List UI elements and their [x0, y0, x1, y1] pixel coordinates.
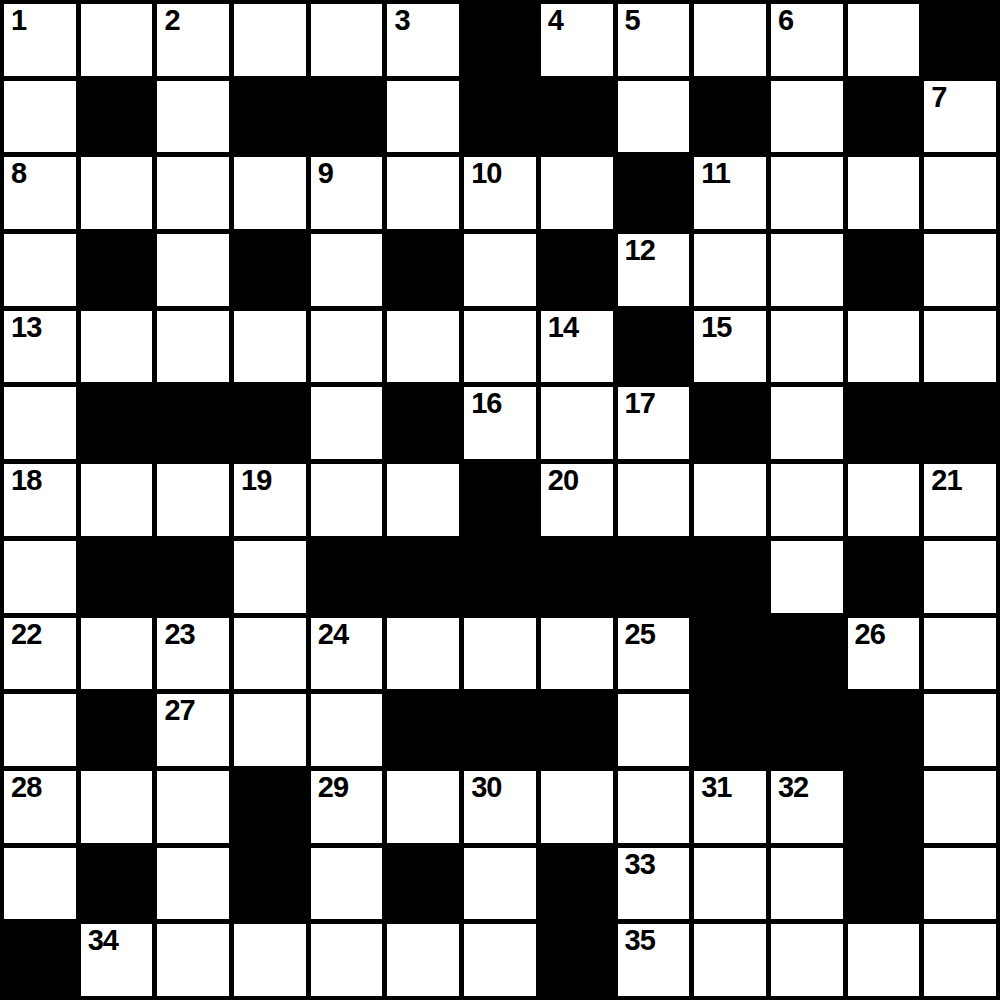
- black-cell: [311, 81, 383, 153]
- black-cell: [618, 311, 690, 383]
- clue-number: 5: [625, 5, 640, 35]
- black-cell: [81, 81, 153, 153]
- clue-number: 26: [855, 619, 885, 649]
- black-cell: [694, 694, 766, 766]
- white-cell[interactable]: [4, 541, 76, 613]
- white-cell[interactable]: 10: [464, 157, 536, 229]
- white-cell[interactable]: 8: [4, 157, 76, 229]
- white-cell[interactable]: 2: [157, 4, 229, 76]
- white-cell[interactable]: [234, 924, 306, 996]
- white-cell[interactable]: [234, 157, 306, 229]
- white-cell[interactable]: [4, 234, 76, 306]
- white-cell[interactable]: [771, 924, 843, 996]
- white-cell[interactable]: [234, 618, 306, 690]
- white-cell[interactable]: [694, 4, 766, 76]
- black-cell: [234, 234, 306, 306]
- clue-number: 22: [11, 619, 41, 649]
- black-cell: [464, 81, 536, 153]
- white-cell[interactable]: [694, 234, 766, 306]
- black-cell: [234, 81, 306, 153]
- white-cell[interactable]: 11: [694, 157, 766, 229]
- white-cell[interactable]: 32: [771, 771, 843, 843]
- white-cell[interactable]: [464, 848, 536, 920]
- black-cell: [618, 541, 690, 613]
- clue-number: 31: [701, 772, 731, 802]
- clue-number: 29: [318, 772, 348, 802]
- white-cell[interactable]: 9: [311, 157, 383, 229]
- white-cell[interactable]: [694, 464, 766, 536]
- black-cell: [771, 618, 843, 690]
- black-cell: [81, 234, 153, 306]
- black-cell: [541, 694, 613, 766]
- clue-number: 27: [164, 695, 194, 725]
- black-cell: [924, 4, 996, 76]
- white-cell[interactable]: [157, 771, 229, 843]
- white-cell[interactable]: [771, 157, 843, 229]
- white-cell[interactable]: [234, 4, 306, 76]
- black-cell: [387, 848, 459, 920]
- black-cell: [541, 541, 613, 613]
- white-cell[interactable]: 22: [4, 618, 76, 690]
- white-cell[interactable]: 29: [311, 771, 383, 843]
- white-cell[interactable]: 3: [387, 4, 459, 76]
- clue-number: 11: [701, 158, 730, 188]
- white-cell[interactable]: [848, 924, 920, 996]
- white-cell[interactable]: [541, 618, 613, 690]
- white-cell[interactable]: [81, 464, 153, 536]
- white-cell[interactable]: [848, 4, 920, 76]
- black-cell: [924, 387, 996, 459]
- black-cell: [157, 387, 229, 459]
- black-cell: [234, 387, 306, 459]
- white-cell[interactable]: 7: [924, 81, 996, 153]
- white-cell[interactable]: 24: [311, 618, 383, 690]
- white-cell[interactable]: [618, 81, 690, 153]
- clue-number: 18: [11, 465, 41, 495]
- black-cell: [387, 387, 459, 459]
- clue-number: 30: [471, 772, 501, 802]
- white-cell[interactable]: [311, 4, 383, 76]
- black-cell: [694, 618, 766, 690]
- clue-number: 25: [625, 619, 655, 649]
- white-cell[interactable]: [771, 234, 843, 306]
- white-cell[interactable]: [618, 464, 690, 536]
- black-cell: [387, 694, 459, 766]
- black-cell: [157, 541, 229, 613]
- black-cell: [464, 4, 536, 76]
- white-cell[interactable]: [81, 618, 153, 690]
- white-cell[interactable]: [4, 81, 76, 153]
- white-cell[interactable]: 18: [4, 464, 76, 536]
- black-cell: [464, 541, 536, 613]
- black-cell: [541, 848, 613, 920]
- white-cell[interactable]: [4, 694, 76, 766]
- white-cell[interactable]: [464, 311, 536, 383]
- white-cell[interactable]: [924, 848, 996, 920]
- white-cell[interactable]: 6: [771, 4, 843, 76]
- white-cell[interactable]: [387, 157, 459, 229]
- clue-number: 34: [88, 925, 118, 955]
- white-cell[interactable]: 16: [464, 387, 536, 459]
- clue-number: 14: [548, 312, 578, 342]
- black-cell: [311, 541, 383, 613]
- white-cell[interactable]: [541, 157, 613, 229]
- clue-number: 9: [318, 158, 333, 188]
- white-cell[interactable]: [771, 464, 843, 536]
- white-cell[interactable]: [771, 541, 843, 613]
- black-cell: [81, 848, 153, 920]
- white-cell[interactable]: 13: [4, 311, 76, 383]
- black-cell: [848, 848, 920, 920]
- white-cell[interactable]: 26: [848, 618, 920, 690]
- white-cell[interactable]: [694, 924, 766, 996]
- black-cell: [387, 234, 459, 306]
- white-cell[interactable]: 35: [618, 924, 690, 996]
- white-cell[interactable]: [234, 694, 306, 766]
- white-cell[interactable]: [157, 81, 229, 153]
- clue-number: 8: [11, 158, 26, 188]
- white-cell[interactable]: [387, 771, 459, 843]
- clue-number: 21: [931, 465, 961, 495]
- black-cell: [848, 771, 920, 843]
- black-cell: [234, 848, 306, 920]
- clue-number: 23: [164, 619, 194, 649]
- white-cell[interactable]: [234, 311, 306, 383]
- white-cell[interactable]: [771, 81, 843, 153]
- clue-number: 32: [778, 772, 808, 802]
- clue-number: 15: [701, 312, 731, 342]
- white-cell[interactable]: [771, 387, 843, 459]
- white-cell[interactable]: [311, 924, 383, 996]
- white-cell[interactable]: [387, 311, 459, 383]
- black-cell: [387, 541, 459, 613]
- white-cell[interactable]: [924, 157, 996, 229]
- white-cell[interactable]: [924, 618, 996, 690]
- white-cell[interactable]: [311, 464, 383, 536]
- clue-number: 16: [471, 388, 501, 418]
- black-cell: [848, 387, 920, 459]
- white-cell[interactable]: [464, 234, 536, 306]
- white-cell[interactable]: [311, 387, 383, 459]
- black-cell: [464, 464, 536, 536]
- white-cell[interactable]: 25: [618, 618, 690, 690]
- white-cell[interactable]: [81, 311, 153, 383]
- white-cell[interactable]: 34: [81, 924, 153, 996]
- white-cell[interactable]: [924, 541, 996, 613]
- white-cell[interactable]: [4, 387, 76, 459]
- clue-number: 17: [625, 388, 655, 418]
- white-cell[interactable]: [157, 464, 229, 536]
- white-cell[interactable]: [924, 694, 996, 766]
- white-cell[interactable]: [541, 771, 613, 843]
- white-cell[interactable]: [311, 234, 383, 306]
- clue-number: 6: [778, 5, 793, 35]
- white-cell[interactable]: [157, 848, 229, 920]
- white-cell[interactable]: [387, 618, 459, 690]
- white-cell[interactable]: [311, 848, 383, 920]
- white-cell[interactable]: [771, 848, 843, 920]
- white-cell[interactable]: 23: [157, 618, 229, 690]
- clue-number: 2: [164, 5, 179, 35]
- white-cell[interactable]: 21: [924, 464, 996, 536]
- white-cell[interactable]: [848, 464, 920, 536]
- clue-number: 28: [11, 772, 41, 802]
- clue-number: 10: [471, 158, 501, 188]
- white-cell[interactable]: 15: [694, 311, 766, 383]
- white-cell[interactable]: 17: [618, 387, 690, 459]
- white-cell[interactable]: [387, 81, 459, 153]
- white-cell[interactable]: 4: [541, 4, 613, 76]
- white-cell[interactable]: 5: [618, 4, 690, 76]
- white-cell[interactable]: [924, 311, 996, 383]
- white-cell[interactable]: [157, 924, 229, 996]
- white-cell[interactable]: [157, 157, 229, 229]
- white-cell[interactable]: 30: [464, 771, 536, 843]
- clue-number: 1: [11, 5, 26, 35]
- white-cell[interactable]: [924, 771, 996, 843]
- clue-number: 24: [318, 619, 348, 649]
- white-cell[interactable]: [311, 694, 383, 766]
- black-cell: [541, 234, 613, 306]
- black-cell: [81, 387, 153, 459]
- white-cell[interactable]: [311, 311, 383, 383]
- white-cell[interactable]: [81, 157, 153, 229]
- white-cell[interactable]: [4, 848, 76, 920]
- clue-number: 13: [11, 312, 41, 342]
- clue-number: 20: [548, 465, 578, 495]
- white-cell[interactable]: 28: [4, 771, 76, 843]
- black-cell: [4, 924, 76, 996]
- white-cell[interactable]: 14: [541, 311, 613, 383]
- black-cell: [694, 81, 766, 153]
- black-cell: [81, 541, 153, 613]
- white-cell[interactable]: 20: [541, 464, 613, 536]
- black-cell: [848, 81, 920, 153]
- white-cell[interactable]: [157, 234, 229, 306]
- white-cell[interactable]: [618, 694, 690, 766]
- black-cell: [541, 81, 613, 153]
- black-cell: [694, 541, 766, 613]
- clue-number: 35: [625, 925, 655, 955]
- clue-number: 7: [931, 82, 946, 112]
- white-cell[interactable]: [81, 771, 153, 843]
- black-cell: [81, 694, 153, 766]
- black-cell: [234, 771, 306, 843]
- white-cell[interactable]: 12: [618, 234, 690, 306]
- white-cell[interactable]: [387, 924, 459, 996]
- clue-number: 33: [625, 849, 655, 879]
- white-cell[interactable]: [618, 771, 690, 843]
- white-cell[interactable]: [541, 387, 613, 459]
- black-cell: [541, 924, 613, 996]
- white-cell[interactable]: 33: [618, 848, 690, 920]
- black-cell: [694, 387, 766, 459]
- white-cell[interactable]: [464, 924, 536, 996]
- clue-number: 12: [625, 235, 655, 265]
- white-cell[interactable]: [924, 234, 996, 306]
- crossword-board: 1234567891011121314151617181920212223242…: [0, 0, 1000, 1000]
- white-cell[interactable]: [694, 848, 766, 920]
- white-cell[interactable]: 19: [234, 464, 306, 536]
- white-cell[interactable]: [848, 157, 920, 229]
- black-cell: [618, 157, 690, 229]
- black-cell: [848, 541, 920, 613]
- white-cell[interactable]: 1: [4, 4, 76, 76]
- white-cell[interactable]: [234, 541, 306, 613]
- white-cell[interactable]: [848, 311, 920, 383]
- white-cell[interactable]: [924, 924, 996, 996]
- clue-number: 4: [548, 5, 563, 35]
- black-cell: [464, 694, 536, 766]
- black-cell: [771, 694, 843, 766]
- white-cell[interactable]: [81, 4, 153, 76]
- white-cell[interactable]: 27: [157, 694, 229, 766]
- clue-number: 3: [394, 5, 409, 35]
- white-cell[interactable]: [771, 311, 843, 383]
- white-cell[interactable]: [387, 464, 459, 536]
- clue-number: 19: [241, 465, 271, 495]
- white-cell[interactable]: [157, 311, 229, 383]
- white-cell[interactable]: 31: [694, 771, 766, 843]
- black-cell: [848, 694, 920, 766]
- black-cell: [848, 234, 920, 306]
- white-cell[interactable]: [464, 618, 536, 690]
